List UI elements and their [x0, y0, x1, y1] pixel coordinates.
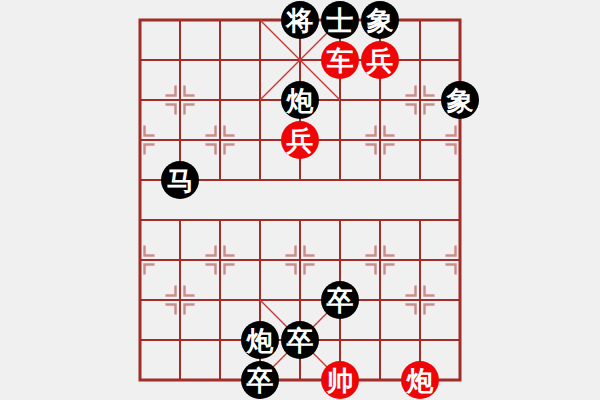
piece-black-elephant[interactable]: 象	[360, 0, 400, 40]
piece-red-soldier[interactable]: 兵	[360, 40, 400, 80]
piece-black-soldier[interactable]: 卒	[240, 360, 280, 400]
xiangqi-board: 将士象车兵炮象兵马卒炮卒卒帅炮	[120, 0, 480, 400]
red-general-glyph: 帅	[321, 361, 359, 399]
piece-black-general[interactable]: 将	[280, 0, 320, 40]
black-soldier-glyph: 卒	[321, 281, 359, 319]
black-general-glyph: 将	[281, 1, 319, 39]
black-soldier-glyph: 卒	[281, 321, 319, 359]
black-elephant-glyph: 象	[361, 1, 399, 39]
red-chariot-glyph: 车	[321, 41, 359, 79]
piece-black-elephant[interactable]: 象	[440, 80, 480, 120]
red-cannon-glyph: 炮	[401, 361, 439, 399]
black-soldier-glyph: 卒	[241, 361, 279, 399]
piece-black-cannon[interactable]: 炮	[280, 80, 320, 120]
red-soldier-glyph: 兵	[281, 121, 319, 159]
piece-black-advisor[interactable]: 士	[320, 0, 360, 40]
xiangqi-diagram: 将士象车兵炮象兵马卒炮卒卒帅炮	[0, 0, 600, 400]
piece-red-general[interactable]: 帅	[320, 360, 360, 400]
red-soldier-glyph: 兵	[361, 41, 399, 79]
piece-black-horse[interactable]: 马	[160, 160, 200, 200]
piece-red-soldier[interactable]: 兵	[280, 120, 320, 160]
piece-red-cannon[interactable]: 炮	[400, 360, 440, 400]
black-horse-glyph: 马	[161, 161, 199, 199]
black-cannon-glyph: 炮	[241, 321, 279, 359]
piece-black-soldier[interactable]: 卒	[280, 320, 320, 360]
black-elephant-glyph: 象	[441, 81, 479, 119]
piece-red-chariot[interactable]: 车	[320, 40, 360, 80]
black-advisor-glyph: 士	[321, 1, 359, 39]
piece-black-soldier[interactable]: 卒	[320, 280, 360, 320]
black-cannon-glyph: 炮	[281, 81, 319, 119]
piece-black-cannon[interactable]: 炮	[240, 320, 280, 360]
